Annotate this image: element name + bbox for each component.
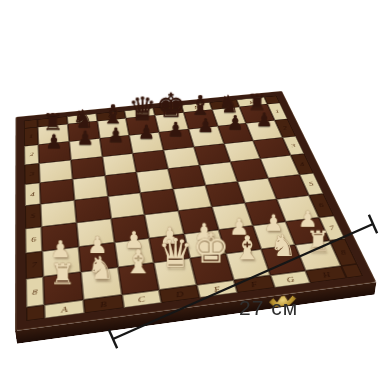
- photo-stage: ABCDEFGH1122334455667788ABCDEFGH ♜♞♝♛♚♝♞…: [0, 0, 380, 380]
- dimension-label: 27 см: [239, 296, 298, 320]
- dimension-arrow: [0, 0, 380, 380]
